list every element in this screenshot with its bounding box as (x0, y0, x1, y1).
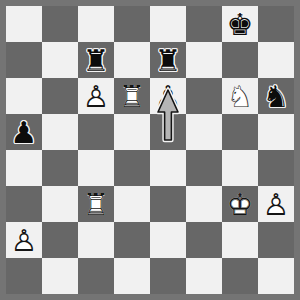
square-b1[interactable] (42, 258, 78, 294)
square-a2[interactable]: ♟♙ (6, 222, 42, 258)
square-e8[interactable] (150, 6, 186, 42)
square-d8[interactable] (114, 6, 150, 42)
square-c5[interactable] (78, 114, 114, 150)
piece-white-king[interactable]: ♚♔ (222, 186, 258, 222)
square-b6[interactable] (42, 78, 78, 114)
square-g1[interactable] (222, 258, 258, 294)
piece-black-knight[interactable]: ♞ (258, 78, 294, 114)
square-e1[interactable] (150, 258, 186, 294)
square-h1[interactable] (258, 258, 294, 294)
square-c7[interactable]: ♜ (78, 42, 114, 78)
square-a3[interactable] (6, 186, 42, 222)
piece-white-pawn[interactable]: ♟♙ (6, 222, 42, 258)
square-h5[interactable] (258, 114, 294, 150)
square-d7[interactable] (114, 42, 150, 78)
square-f1[interactable] (186, 258, 222, 294)
square-d3[interactable] (114, 186, 150, 222)
square-e7[interactable]: ♜ (150, 42, 186, 78)
square-f8[interactable] (186, 6, 222, 42)
square-e3[interactable] (150, 186, 186, 222)
square-g4[interactable] (222, 150, 258, 186)
square-d4[interactable] (114, 150, 150, 186)
square-c3[interactable]: ♜♖ (78, 186, 114, 222)
square-h4[interactable] (258, 150, 294, 186)
square-d2[interactable] (114, 222, 150, 258)
square-f6[interactable] (186, 78, 222, 114)
square-a1[interactable] (6, 258, 42, 294)
square-h8[interactable] (258, 6, 294, 42)
square-a8[interactable] (6, 6, 42, 42)
square-g6[interactable]: ♞♘ (222, 78, 258, 114)
square-g3[interactable]: ♚♔ (222, 186, 258, 222)
square-b8[interactable] (42, 6, 78, 42)
square-e2[interactable] (150, 222, 186, 258)
piece-black-rook[interactable]: ♜ (78, 42, 114, 78)
square-g5[interactable] (222, 114, 258, 150)
square-a7[interactable] (6, 42, 42, 78)
square-g8[interactable]: ♚ (222, 6, 258, 42)
square-c4[interactable] (78, 150, 114, 186)
piece-black-rook[interactable]: ♜ (150, 42, 186, 78)
square-e5[interactable] (150, 114, 186, 150)
square-h3[interactable]: ♟♙ (258, 186, 294, 222)
square-a4[interactable] (6, 150, 42, 186)
piece-white-pawn[interactable]: ♟♙ (258, 186, 294, 222)
piece-white-knight[interactable]: ♞♘ (222, 78, 258, 114)
square-b5[interactable] (42, 114, 78, 150)
square-g2[interactable] (222, 222, 258, 258)
square-c6[interactable]: ♟♙ (78, 78, 114, 114)
square-h7[interactable] (258, 42, 294, 78)
square-c2[interactable] (78, 222, 114, 258)
square-c1[interactable] (78, 258, 114, 294)
chess-board-frame: ♚♜♜♟♙♜♖♟♙♞♘♞♟♜♖♚♔♟♙♟♙ (0, 0, 300, 300)
chess-board: ♚♜♜♟♙♜♖♟♙♞♘♞♟♜♖♚♔♟♙♟♙ (6, 6, 294, 294)
square-a5[interactable]: ♟ (6, 114, 42, 150)
piece-black-pawn[interactable]: ♟ (6, 114, 42, 150)
square-e6[interactable]: ♟♙ (150, 78, 186, 114)
piece-white-rook[interactable]: ♜♖ (114, 78, 150, 114)
square-f4[interactable] (186, 150, 222, 186)
square-h6[interactable]: ♞ (258, 78, 294, 114)
square-b2[interactable] (42, 222, 78, 258)
square-g7[interactable] (222, 42, 258, 78)
square-d1[interactable] (114, 258, 150, 294)
square-f3[interactable] (186, 186, 222, 222)
square-d6[interactable]: ♜♖ (114, 78, 150, 114)
piece-black-king[interactable]: ♚ (222, 6, 258, 42)
piece-white-rook[interactable]: ♜♖ (78, 186, 114, 222)
square-d5[interactable] (114, 114, 150, 150)
square-a6[interactable] (6, 78, 42, 114)
square-e4[interactable] (150, 150, 186, 186)
square-b7[interactable] (42, 42, 78, 78)
square-h2[interactable] (258, 222, 294, 258)
square-b4[interactable] (42, 150, 78, 186)
square-f7[interactable] (186, 42, 222, 78)
piece-white-pawn[interactable]: ♟♙ (78, 78, 114, 114)
square-f5[interactable] (186, 114, 222, 150)
square-c8[interactable] (78, 6, 114, 42)
square-b3[interactable] (42, 186, 78, 222)
square-f2[interactable] (186, 222, 222, 258)
piece-white-pawn[interactable]: ♟♙ (150, 78, 186, 114)
